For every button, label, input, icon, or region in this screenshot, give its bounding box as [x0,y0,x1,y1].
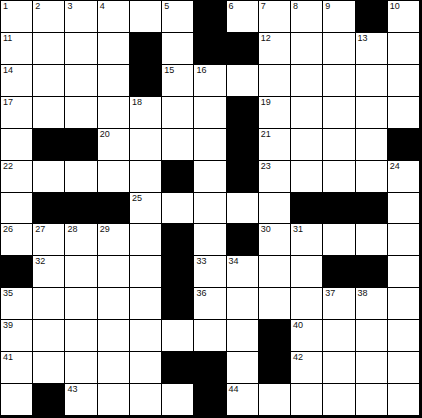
clue-number-28: 28 [67,224,77,234]
cell-r3c9[interactable] [259,65,290,96]
cell-r11c10[interactable]: 40 [291,320,322,351]
cell-r13c12[interactable] [356,384,387,415]
clue-number-39: 39 [3,320,13,330]
clue-number-32: 32 [35,256,45,266]
cell-r2c1[interactable]: 11 [1,33,32,64]
clue-number-3: 3 [67,1,72,11]
clue-number-5: 5 [164,1,169,11]
cell-r2c10[interactable] [291,33,322,64]
cell-r9c10[interactable] [291,256,322,287]
clue-number-41: 41 [3,352,13,362]
cell-r9c13[interactable] [388,256,419,287]
clue-number-11: 11 [3,33,12,43]
block-cell-r5c3 [65,129,96,160]
cell-r12c10[interactable]: 42 [291,352,322,383]
block-cell-r11c9 [259,320,290,351]
cell-r10c7[interactable]: 36 [194,288,225,319]
cell-r1c11[interactable]: 9 [323,1,354,32]
cell-r7c8[interactable] [227,193,258,224]
cell-r3c4[interactable] [98,65,129,96]
cell-r1c13[interactable]: 10 [388,1,419,32]
cell-r9c2[interactable]: 32 [33,256,64,287]
cell-r4c5[interactable]: 18 [130,97,161,128]
cell-r5c10[interactable] [291,129,322,160]
clue-number-4: 4 [100,1,105,11]
block-cell-r3c5 [130,65,161,96]
cell-r10c12[interactable]: 38 [356,288,387,319]
cell-r8c7[interactable] [194,224,225,255]
cell-r3c3[interactable] [65,65,96,96]
cell-r10c10[interactable] [291,288,322,319]
block-cell-r9c1 [1,256,32,287]
clue-number-23: 23 [261,161,271,171]
cell-r5c6[interactable] [162,129,193,160]
block-cell-r6c8 [227,161,258,192]
clue-number-26: 26 [3,224,13,234]
cell-r9c5[interactable] [130,256,161,287]
clue-number-17: 17 [3,97,13,107]
cell-r12c5[interactable] [130,352,161,383]
cell-r13c11[interactable] [323,384,354,415]
clue-number-18: 18 [132,97,142,107]
block-cell-r7c12 [356,193,387,224]
cell-r11c3[interactable] [65,320,96,351]
cell-r10c5[interactable] [130,288,161,319]
cell-r12c13[interactable] [388,352,419,383]
cell-r5c4[interactable]: 20 [98,129,129,160]
cell-r6c7[interactable] [194,161,225,192]
cell-r6c1[interactable]: 22 [1,161,32,192]
clue-number-43: 43 [67,384,77,394]
block-cell-r8c6 [162,224,193,255]
clue-number-1: 1 [3,1,8,11]
block-cell-r6c6 [162,161,193,192]
cell-r12c8[interactable] [227,352,258,383]
clue-number-13: 13 [358,33,368,43]
cell-r7c7[interactable] [194,193,225,224]
cell-r13c4[interactable] [98,384,129,415]
cell-r3c2[interactable] [33,65,64,96]
clue-number-15: 15 [164,65,174,75]
block-cell-r8c8 [227,224,258,255]
clue-number-25: 25 [132,193,142,203]
cell-r1c10[interactable]: 8 [291,1,322,32]
cell-r13c8[interactable]: 44 [227,384,258,415]
block-cell-r9c11 [323,256,354,287]
cell-r1c1[interactable]: 1 [1,1,32,32]
cell-r3c12[interactable] [356,65,387,96]
cell-r7c13[interactable] [388,193,419,224]
cell-r3c7[interactable]: 16 [194,65,225,96]
block-cell-r2c8 [227,33,258,64]
cell-r3c8[interactable] [227,65,258,96]
cell-r6c5[interactable] [130,161,161,192]
cell-r11c6[interactable] [162,320,193,351]
cell-r5c12[interactable] [356,129,387,160]
cell-r8c9[interactable]: 30 [259,224,290,255]
cell-r3c6[interactable]: 15 [162,65,193,96]
clue-number-35: 35 [3,288,13,298]
cell-r3c1[interactable]: 14 [1,65,32,96]
cell-r10c13[interactable] [388,288,419,319]
cell-r4c9[interactable]: 19 [259,97,290,128]
cell-r1c4[interactable]: 4 [98,1,129,32]
clue-number-44: 44 [229,384,239,394]
clue-number-9: 9 [325,1,330,11]
cell-r6c2[interactable] [33,161,64,192]
cell-r11c8[interactable] [227,320,258,351]
block-cell-r5c8 [227,129,258,160]
cell-r10c3[interactable] [65,288,96,319]
cell-r5c1[interactable] [1,129,32,160]
cell-r13c1[interactable] [1,384,32,415]
block-cell-r9c12 [356,256,387,287]
cell-r11c12[interactable] [356,320,387,351]
block-cell-r5c2 [33,129,64,160]
cell-r4c3[interactable] [65,97,96,128]
cell-r4c10[interactable] [291,97,322,128]
block-cell-r7c10 [291,193,322,224]
cell-r13c3[interactable]: 43 [65,384,96,415]
cell-r11c1[interactable]: 39 [1,320,32,351]
cell-r5c7[interactable] [194,129,225,160]
cell-r7c5[interactable]: 25 [130,193,161,224]
cell-r7c1[interactable] [1,193,32,224]
cell-r2c12[interactable]: 13 [356,33,387,64]
clue-number-24: 24 [390,161,400,171]
cell-r12c11[interactable] [323,352,354,383]
clue-number-16: 16 [196,65,206,75]
block-cell-r12c9 [259,352,290,383]
cell-r10c11[interactable]: 37 [323,288,354,319]
cell-r4c6[interactable] [162,97,193,128]
cell-r6c12[interactable] [356,161,387,192]
cell-r2c3[interactable] [65,33,96,64]
crossword-grid: 1234567891011121314151617181920212223242… [0,0,422,418]
cell-r8c13[interactable] [388,224,419,255]
cell-r13c13[interactable] [388,384,419,415]
block-cell-r2c7 [194,33,225,64]
cell-r1c2[interactable]: 2 [33,1,64,32]
block-cell-r10c6 [162,288,193,319]
block-cell-r7c3 [65,193,96,224]
block-cell-r2c5 [130,33,161,64]
cell-r1c6[interactable]: 5 [162,1,193,32]
clue-number-40: 40 [293,320,303,330]
block-cell-r1c12 [356,1,387,32]
clue-number-34: 34 [229,256,239,266]
cell-r2c4[interactable] [98,33,129,64]
clue-number-7: 7 [261,1,266,11]
cell-r8c3[interactable]: 28 [65,224,96,255]
cell-r8c1[interactable]: 26 [1,224,32,255]
clue-number-20: 20 [100,129,110,139]
cell-r11c7[interactable] [194,320,225,351]
cell-r4c4[interactable] [98,97,129,128]
cell-r13c6[interactable] [162,384,193,415]
cell-r9c3[interactable] [65,256,96,287]
clue-number-8: 8 [293,1,298,11]
cell-r8c4[interactable]: 29 [98,224,129,255]
block-cell-r4c8 [227,97,258,128]
clue-number-37: 37 [325,288,335,298]
cell-r8c5[interactable] [130,224,161,255]
block-cell-r13c7 [194,384,225,415]
cell-r3c13[interactable] [388,65,419,96]
clue-number-29: 29 [100,224,110,234]
cell-r11c2[interactable] [33,320,64,351]
cell-r13c9[interactable] [259,384,290,415]
clue-number-31: 31 [293,224,303,234]
cell-r9c7[interactable]: 33 [194,256,225,287]
cell-r11c5[interactable] [130,320,161,351]
cell-r13c5[interactable] [130,384,161,415]
cell-r11c13[interactable] [388,320,419,351]
cell-r2c6[interactable] [162,33,193,64]
clue-number-6: 6 [229,1,234,11]
cell-r12c4[interactable] [98,352,129,383]
cell-r6c13[interactable]: 24 [388,161,419,192]
cell-r4c1[interactable]: 17 [1,97,32,128]
block-cell-r1c7 [194,1,225,32]
cell-r3c11[interactable] [323,65,354,96]
cell-r10c8[interactable] [227,288,258,319]
cell-r12c3[interactable] [65,352,96,383]
block-cell-r13c2 [33,384,64,415]
cell-r11c4[interactable] [98,320,129,351]
cell-r5c9[interactable]: 21 [259,129,290,160]
cell-r1c9[interactable]: 7 [259,1,290,32]
cell-r13c10[interactable] [291,384,322,415]
cell-r10c2[interactable] [33,288,64,319]
cell-r7c9[interactable] [259,193,290,224]
cell-r2c9[interactable]: 12 [259,33,290,64]
block-cell-r7c2 [33,193,64,224]
clue-number-27: 27 [35,224,45,234]
cell-r4c13[interactable] [388,97,419,128]
cell-r6c10[interactable] [291,161,322,192]
cell-r10c1[interactable]: 35 [1,288,32,319]
cell-r4c12[interactable] [356,97,387,128]
cell-r6c11[interactable] [323,161,354,192]
clue-number-38: 38 [358,288,368,298]
block-cell-r7c4 [98,193,129,224]
cell-r4c11[interactable] [323,97,354,128]
cell-r12c12[interactable] [356,352,387,383]
cell-r10c4[interactable] [98,288,129,319]
cell-r12c1[interactable]: 41 [1,352,32,383]
cell-r3c10[interactable] [291,65,322,96]
block-cell-r12c6 [162,352,193,383]
cell-r2c2[interactable] [33,33,64,64]
cell-r6c3[interactable] [65,161,96,192]
cell-r2c13[interactable] [388,33,419,64]
cell-r9c8[interactable]: 34 [227,256,258,287]
clue-number-22: 22 [3,161,13,171]
block-cell-r9c6 [162,256,193,287]
cell-r5c11[interactable] [323,129,354,160]
cell-r7c6[interactable] [162,193,193,224]
clue-number-30: 30 [261,224,271,234]
clue-number-36: 36 [196,288,206,298]
clue-number-19: 19 [261,97,271,107]
clue-number-33: 33 [196,256,206,266]
cell-r4c2[interactable] [33,97,64,128]
cell-r9c9[interactable] [259,256,290,287]
clue-number-10: 10 [390,1,400,11]
cell-r1c5[interactable] [130,1,161,32]
cell-r1c8[interactable]: 6 [227,1,258,32]
cell-r12c2[interactable] [33,352,64,383]
cell-r8c2[interactable]: 27 [33,224,64,255]
cell-r4c7[interactable] [194,97,225,128]
cell-r8c10[interactable]: 31 [291,224,322,255]
block-cell-r12c7 [194,352,225,383]
cell-r9c4[interactable] [98,256,129,287]
clue-number-14: 14 [3,65,13,75]
cell-r8c11[interactable] [323,224,354,255]
cell-r11c11[interactable] [323,320,354,351]
clue-number-42: 42 [293,352,303,362]
cell-r6c4[interactable] [98,161,129,192]
cell-r8c12[interactable] [356,224,387,255]
cell-r2c11[interactable] [323,33,354,64]
cell-r6c9[interactable]: 23 [259,161,290,192]
cell-r1c3[interactable]: 3 [65,1,96,32]
cell-r5c5[interactable] [130,129,161,160]
cell-r10c9[interactable] [259,288,290,319]
block-cell-r5c13 [388,129,419,160]
block-cell-r7c11 [323,193,354,224]
clue-number-2: 2 [35,1,40,11]
clue-number-12: 12 [261,33,271,43]
clue-number-21: 21 [261,129,271,139]
